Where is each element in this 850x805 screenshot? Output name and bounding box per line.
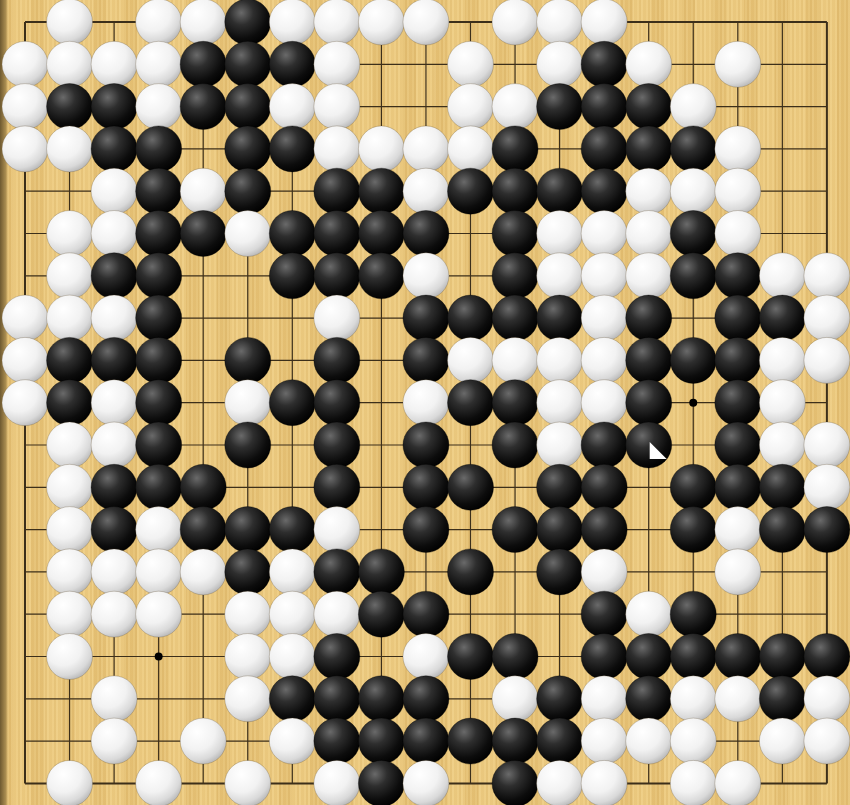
star-point — [689, 399, 697, 407]
stone-black[interactable] — [448, 380, 494, 426]
stone-white[interactable] — [180, 549, 226, 595]
stone-black[interactable] — [670, 253, 716, 299]
stone-white[interactable] — [804, 337, 850, 383]
stone-white[interactable] — [804, 676, 850, 722]
stone-black[interactable] — [626, 634, 672, 680]
stone-black[interactable] — [358, 549, 404, 595]
stone-black[interactable] — [759, 676, 805, 722]
stone-white[interactable] — [537, 760, 583, 805]
stone-black[interactable] — [670, 507, 716, 553]
stone-white[interactable] — [225, 634, 271, 680]
stone-black[interactable] — [91, 464, 137, 510]
stone-white[interactable] — [47, 634, 93, 680]
stone-white[interactable] — [269, 591, 315, 637]
stone-black[interactable] — [180, 464, 226, 510]
stone-white[interactable] — [715, 168, 761, 214]
stone-black[interactable] — [136, 422, 182, 468]
stone-white[interactable] — [403, 760, 449, 805]
stone-black[interactable] — [314, 253, 360, 299]
stone-black[interactable] — [180, 41, 226, 87]
stone-white[interactable] — [91, 211, 137, 257]
stone-black[interactable] — [492, 380, 538, 426]
stone-white[interactable] — [403, 126, 449, 172]
stone-black[interactable] — [759, 507, 805, 553]
stone-white[interactable] — [804, 253, 850, 299]
stone-black[interactable] — [403, 591, 449, 637]
stone-white[interactable] — [225, 380, 271, 426]
stone-black[interactable] — [225, 126, 271, 172]
stone-white[interactable] — [180, 168, 226, 214]
stone-white[interactable] — [715, 676, 761, 722]
stone-white[interactable] — [91, 422, 137, 468]
stone-black[interactable] — [358, 253, 404, 299]
stone-white[interactable] — [269, 634, 315, 680]
stone-black[interactable] — [91, 507, 137, 553]
stone-white[interactable] — [180, 718, 226, 764]
stone-white[interactable] — [136, 549, 182, 595]
stone-black[interactable] — [403, 337, 449, 383]
go-board[interactable] — [0, 0, 850, 805]
stone-black[interactable] — [314, 422, 360, 468]
stone-black[interactable] — [626, 295, 672, 341]
stone-white[interactable] — [448, 84, 494, 130]
stone-white[interactable] — [136, 507, 182, 553]
stone-white[interactable] — [581, 760, 627, 805]
stone-white[interactable] — [91, 718, 137, 764]
stone-white[interactable] — [448, 337, 494, 383]
stone-black[interactable] — [358, 676, 404, 722]
stone-black[interactable] — [269, 126, 315, 172]
stone-white[interactable] — [47, 760, 93, 805]
stone-white[interactable] — [626, 253, 672, 299]
stone-white[interactable] — [47, 507, 93, 553]
stone-white[interactable] — [91, 168, 137, 214]
stone-white[interactable] — [47, 211, 93, 257]
stone-white[interactable] — [314, 0, 360, 45]
stone-black[interactable] — [537, 549, 583, 595]
stone-black[interactable] — [403, 718, 449, 764]
stone-black[interactable] — [759, 295, 805, 341]
stone-white[interactable] — [314, 126, 360, 172]
stone-black[interactable] — [537, 507, 583, 553]
stone-black[interactable] — [225, 41, 271, 87]
stone-white[interactable] — [759, 337, 805, 383]
stone-black[interactable] — [269, 380, 315, 426]
stone-black[interactable] — [448, 634, 494, 680]
stone-black[interactable] — [91, 126, 137, 172]
stone-white[interactable] — [136, 0, 182, 45]
stone-white[interactable] — [2, 295, 48, 341]
stone-white[interactable] — [537, 41, 583, 87]
stone-white[interactable] — [47, 0, 93, 45]
stone-white[interactable] — [47, 126, 93, 172]
stone-white[interactable] — [269, 718, 315, 764]
stone-white[interactable] — [581, 380, 627, 426]
stone-white[interactable] — [2, 337, 48, 383]
stone-white[interactable] — [581, 211, 627, 257]
stone-black[interactable] — [581, 464, 627, 510]
stone-white[interactable] — [358, 126, 404, 172]
stone-black[interactable] — [670, 464, 716, 510]
star-point — [155, 653, 163, 661]
stone-black[interactable] — [626, 380, 672, 426]
stone-white[interactable] — [626, 168, 672, 214]
stone-white[interactable] — [136, 760, 182, 805]
stone-black[interactable] — [314, 634, 360, 680]
stone-black[interactable] — [136, 337, 182, 383]
stone-white[interactable] — [403, 253, 449, 299]
stone-black[interactable] — [626, 337, 672, 383]
stone-black[interactable] — [403, 676, 449, 722]
stone-white[interactable] — [670, 718, 716, 764]
stone-black[interactable] — [626, 84, 672, 130]
stone-white[interactable] — [670, 84, 716, 130]
stone-white[interactable] — [47, 253, 93, 299]
stone-black[interactable] — [136, 295, 182, 341]
stone-black[interactable] — [537, 295, 583, 341]
stone-white[interactable] — [581, 337, 627, 383]
stone-black[interactable] — [715, 464, 761, 510]
stone-black[interactable] — [715, 295, 761, 341]
stone-white[interactable] — [759, 718, 805, 764]
stone-white[interactable] — [715, 549, 761, 595]
stone-white[interactable] — [759, 422, 805, 468]
stone-black[interactable] — [537, 84, 583, 130]
stone-black[interactable] — [314, 337, 360, 383]
stone-black[interactable] — [448, 718, 494, 764]
stone-black[interactable] — [136, 380, 182, 426]
stone-black[interactable] — [759, 464, 805, 510]
stone-white[interactable] — [47, 41, 93, 87]
stone-white[interactable] — [537, 422, 583, 468]
stone-white[interactable] — [269, 549, 315, 595]
stone-white[interactable] — [2, 84, 48, 130]
stone-white[interactable] — [492, 84, 538, 130]
stone-black[interactable] — [269, 676, 315, 722]
stone-white[interactable] — [225, 211, 271, 257]
stone-white[interactable] — [537, 253, 583, 299]
stone-black[interactable] — [136, 253, 182, 299]
stone-white[interactable] — [314, 295, 360, 341]
stone-black[interactable] — [47, 337, 93, 383]
stone-black[interactable] — [47, 84, 93, 130]
stone-white[interactable] — [581, 253, 627, 299]
stone-black[interactable] — [537, 168, 583, 214]
stone-white[interactable] — [626, 591, 672, 637]
stone-white[interactable] — [670, 168, 716, 214]
stone-white[interactable] — [581, 0, 627, 45]
stone-black[interactable] — [91, 337, 137, 383]
stone-white[interactable] — [314, 760, 360, 805]
stone-white[interactable] — [492, 337, 538, 383]
stone-black[interactable] — [314, 718, 360, 764]
stone-white[interactable] — [91, 295, 137, 341]
stone-white[interactable] — [314, 84, 360, 130]
stone-black[interactable] — [358, 591, 404, 637]
stone-black[interactable] — [180, 84, 226, 130]
stone-black[interactable] — [537, 676, 583, 722]
stone-black[interactable] — [804, 634, 850, 680]
stone-black[interactable] — [581, 634, 627, 680]
stone-white[interactable] — [581, 718, 627, 764]
stone-black[interactable] — [225, 337, 271, 383]
stone-white[interactable] — [403, 380, 449, 426]
stone-black[interactable] — [180, 211, 226, 257]
stone-black[interactable] — [448, 549, 494, 595]
stone-white[interactable] — [91, 591, 137, 637]
stone-white[interactable] — [314, 41, 360, 87]
stone-white[interactable] — [759, 253, 805, 299]
stone-black[interactable] — [715, 380, 761, 426]
stone-black[interactable] — [47, 380, 93, 426]
stone-black[interactable] — [225, 0, 271, 45]
stone-black[interactable] — [225, 422, 271, 468]
stone-white[interactable] — [225, 591, 271, 637]
stone-black[interactable] — [225, 84, 271, 130]
stone-black[interactable] — [314, 168, 360, 214]
stone-black[interactable] — [492, 422, 538, 468]
stone-black[interactable] — [358, 760, 404, 805]
stone-black[interactable] — [269, 41, 315, 87]
stone-black[interactable] — [626, 676, 672, 722]
stone-black[interactable] — [403, 295, 449, 341]
stone-black[interactable] — [670, 126, 716, 172]
stone-white[interactable] — [537, 211, 583, 257]
stone-black[interactable] — [581, 126, 627, 172]
stone-black[interactable] — [715, 253, 761, 299]
stone-white[interactable] — [581, 676, 627, 722]
stone-black[interactable] — [314, 211, 360, 257]
stone-white[interactable] — [180, 0, 226, 45]
stone-white[interactable] — [136, 591, 182, 637]
stone-black[interactable] — [448, 295, 494, 341]
stone-white[interactable] — [136, 41, 182, 87]
stone-black[interactable] — [403, 422, 449, 468]
stone-white[interactable] — [47, 464, 93, 510]
stone-white[interactable] — [47, 549, 93, 595]
stone-black[interactable] — [492, 295, 538, 341]
stone-black[interactable] — [314, 380, 360, 426]
stone-black[interactable] — [448, 168, 494, 214]
stone-white[interactable] — [537, 380, 583, 426]
board-canvas — [0, 0, 850, 805]
stone-white[interactable] — [804, 464, 850, 510]
stone-white[interactable] — [670, 760, 716, 805]
stone-white[interactable] — [403, 0, 449, 45]
stone-black[interactable] — [804, 507, 850, 553]
stone-black[interactable] — [581, 591, 627, 637]
stone-black[interactable] — [136, 168, 182, 214]
stone-white[interactable] — [314, 507, 360, 553]
stone-black[interactable] — [492, 168, 538, 214]
stone-white[interactable] — [314, 591, 360, 637]
stone-white[interactable] — [804, 718, 850, 764]
stone-black[interactable] — [269, 211, 315, 257]
stone-white[interactable] — [403, 634, 449, 680]
stone-black[interactable] — [403, 507, 449, 553]
stone-white[interactable] — [626, 41, 672, 87]
stone-white[interactable] — [47, 295, 93, 341]
stone-black[interactable] — [314, 676, 360, 722]
stone-black[interactable] — [91, 253, 137, 299]
stone-white[interactable] — [804, 422, 850, 468]
stone-black[interactable] — [537, 464, 583, 510]
stone-black[interactable] — [581, 422, 627, 468]
stone-black[interactable] — [537, 718, 583, 764]
stone-black[interactable] — [91, 84, 137, 130]
stone-white[interactable] — [492, 676, 538, 722]
stone-black[interactable] — [670, 337, 716, 383]
stone-white[interactable] — [715, 760, 761, 805]
stone-black[interactable] — [492, 760, 538, 805]
stone-black[interactable] — [269, 507, 315, 553]
stone-black[interactable] — [225, 507, 271, 553]
stone-white[interactable] — [2, 380, 48, 426]
stone-white[interactable] — [759, 380, 805, 426]
stone-black[interactable] — [715, 422, 761, 468]
stone-white[interactable] — [91, 41, 137, 87]
stone-white[interactable] — [358, 0, 404, 45]
stone-white[interactable] — [269, 84, 315, 130]
stone-black[interactable] — [492, 507, 538, 553]
stone-black[interactable] — [314, 549, 360, 595]
stone-white[interactable] — [537, 337, 583, 383]
stone-white[interactable] — [225, 676, 271, 722]
stone-white[interactable] — [715, 126, 761, 172]
stone-black[interactable] — [626, 126, 672, 172]
stone-white[interactable] — [626, 211, 672, 257]
stone-black[interactable] — [136, 211, 182, 257]
stone-black[interactable] — [180, 507, 226, 553]
stone-white[interactable] — [403, 168, 449, 214]
stone-black[interactable] — [314, 464, 360, 510]
stone-black[interactable] — [670, 211, 716, 257]
stone-white[interactable] — [2, 41, 48, 87]
stone-black[interactable] — [492, 211, 538, 257]
stone-black[interactable] — [715, 634, 761, 680]
stone-white[interactable] — [670, 676, 716, 722]
stone-black[interactable] — [403, 211, 449, 257]
stone-black[interactable] — [225, 549, 271, 595]
stone-white[interactable] — [91, 549, 137, 595]
stone-black[interactable] — [581, 168, 627, 214]
stone-white[interactable] — [537, 0, 583, 45]
stone-white[interactable] — [581, 295, 627, 341]
stone-black[interactable] — [358, 168, 404, 214]
stone-white[interactable] — [448, 41, 494, 87]
stone-white[interactable] — [225, 760, 271, 805]
stone-black[interactable] — [492, 126, 538, 172]
stone-white[interactable] — [269, 0, 315, 45]
stone-black[interactable] — [492, 253, 538, 299]
stone-black[interactable] — [225, 168, 271, 214]
stone-white[interactable] — [2, 126, 48, 172]
stone-black[interactable] — [448, 464, 494, 510]
stone-black[interactable] — [626, 422, 672, 468]
stone-black[interactable] — [136, 464, 182, 510]
stone-white[interactable] — [448, 126, 494, 172]
stone-white[interactable] — [47, 422, 93, 468]
stone-black[interactable] — [136, 126, 182, 172]
stone-white[interactable] — [626, 718, 672, 764]
stone-white[interactable] — [492, 0, 538, 45]
stone-black[interactable] — [581, 84, 627, 130]
stone-black[interactable] — [581, 507, 627, 553]
stone-black[interactable] — [670, 591, 716, 637]
stone-black[interactable] — [358, 718, 404, 764]
stone-white[interactable] — [91, 380, 137, 426]
stone-black[interactable] — [759, 634, 805, 680]
stone-white[interactable] — [804, 295, 850, 341]
stone-black[interactable] — [269, 253, 315, 299]
stone-white[interactable] — [47, 591, 93, 637]
stone-black[interactable] — [715, 337, 761, 383]
stone-white[interactable] — [136, 84, 182, 130]
stone-white[interactable] — [715, 211, 761, 257]
stone-white[interactable] — [715, 41, 761, 87]
stone-black[interactable] — [670, 634, 716, 680]
stone-black[interactable] — [581, 41, 627, 87]
stone-black[interactable] — [358, 211, 404, 257]
stone-black[interactable] — [403, 464, 449, 510]
stone-white[interactable] — [91, 676, 137, 722]
stone-black[interactable] — [492, 718, 538, 764]
stone-black[interactable] — [492, 634, 538, 680]
stone-white[interactable] — [715, 507, 761, 553]
stone-white[interactable] — [581, 549, 627, 595]
